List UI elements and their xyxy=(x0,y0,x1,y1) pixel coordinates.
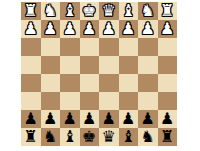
white-bishop[interactable]: ♝ xyxy=(63,2,77,20)
square-a3[interactable] xyxy=(158,38,178,56)
white-pawn[interactable]: ♟ xyxy=(121,20,135,38)
black-rook[interactable]: ♜ xyxy=(24,128,38,146)
square-g3[interactable] xyxy=(41,38,61,56)
white-pawn[interactable]: ♟ xyxy=(102,20,116,38)
white-pawn[interactable]: ♟ xyxy=(43,20,57,38)
square-c4[interactable] xyxy=(119,56,139,74)
white-queen[interactable]: ♛ xyxy=(102,2,116,20)
square-e1[interactable]: ♚ xyxy=(80,2,100,20)
square-e8[interactable]: ♚ xyxy=(80,128,100,146)
black-pawn[interactable]: ♟ xyxy=(43,110,57,128)
square-h6[interactable] xyxy=(21,92,41,110)
square-h8[interactable]: ♜ xyxy=(21,128,41,146)
square-a5[interactable] xyxy=(158,74,178,92)
square-d2[interactable]: ♟ xyxy=(99,20,119,38)
square-c5[interactable] xyxy=(119,74,139,92)
square-g2[interactable]: ♟ xyxy=(41,20,61,38)
square-h4[interactable] xyxy=(21,56,41,74)
white-rook[interactable]: ♜ xyxy=(160,2,174,20)
square-d7[interactable]: ♟ xyxy=(99,110,119,128)
black-king[interactable]: ♚ xyxy=(82,128,96,146)
black-knight[interactable]: ♞ xyxy=(141,128,155,146)
white-knight[interactable]: ♞ xyxy=(43,2,57,20)
white-king[interactable]: ♚ xyxy=(82,2,96,20)
square-f4[interactable] xyxy=(60,56,80,74)
white-pawn[interactable]: ♟ xyxy=(82,20,96,38)
black-pawn[interactable]: ♟ xyxy=(121,110,135,128)
square-e6[interactable] xyxy=(80,92,100,110)
square-d4[interactable] xyxy=(99,56,119,74)
square-a2[interactable]: ♟ xyxy=(158,20,178,38)
white-pawn[interactable]: ♟ xyxy=(24,20,38,38)
black-pawn[interactable]: ♟ xyxy=(102,110,116,128)
square-c1[interactable]: ♝ xyxy=(119,2,139,20)
square-f1[interactable]: ♝ xyxy=(60,2,80,20)
square-d8[interactable]: ♛ xyxy=(99,128,119,146)
square-e7[interactable]: ♟ xyxy=(80,110,100,128)
square-g4[interactable] xyxy=(41,56,61,74)
square-b4[interactable] xyxy=(138,56,158,74)
square-h2[interactable]: ♟ xyxy=(21,20,41,38)
white-pawn[interactable]: ♟ xyxy=(141,20,155,38)
square-b8[interactable]: ♞ xyxy=(138,128,158,146)
square-h5[interactable] xyxy=(21,74,41,92)
square-f8[interactable]: ♝ xyxy=(60,128,80,146)
square-d1[interactable]: ♛ xyxy=(99,2,119,20)
black-queen[interactable]: ♛ xyxy=(102,128,116,146)
square-b7[interactable]: ♟ xyxy=(138,110,158,128)
square-c3[interactable] xyxy=(119,38,139,56)
square-c7[interactable]: ♟ xyxy=(119,110,139,128)
square-g8[interactable]: ♞ xyxy=(41,128,61,146)
square-c6[interactable] xyxy=(119,92,139,110)
square-h7[interactable]: ♟ xyxy=(21,110,41,128)
square-h1[interactable]: ♜ xyxy=(21,2,41,20)
square-f7[interactable]: ♟ xyxy=(60,110,80,128)
black-pawn[interactable]: ♟ xyxy=(63,110,77,128)
square-a6[interactable] xyxy=(158,92,178,110)
square-d3[interactable] xyxy=(99,38,119,56)
square-f6[interactable] xyxy=(60,92,80,110)
square-g1[interactable]: ♞ xyxy=(41,2,61,20)
square-b5[interactable] xyxy=(138,74,158,92)
white-rook[interactable]: ♜ xyxy=(24,2,38,20)
square-c2[interactable]: ♟ xyxy=(119,20,139,38)
square-g7[interactable]: ♟ xyxy=(41,110,61,128)
square-h3[interactable] xyxy=(21,38,41,56)
chess-app-canvas: ♜♞♝♚♛♝♞♜♟♟♟♟♟♟♟♟♟♟♟♟♟♟♟♟♜♞♝♚♛♝♞♜ xyxy=(0,0,200,151)
white-knight[interactable]: ♞ xyxy=(141,2,155,20)
black-bishop[interactable]: ♝ xyxy=(121,128,135,146)
black-pawn[interactable]: ♟ xyxy=(141,110,155,128)
square-a8[interactable]: ♜ xyxy=(158,128,178,146)
square-f5[interactable] xyxy=(60,74,80,92)
square-b2[interactable]: ♟ xyxy=(138,20,158,38)
black-pawn[interactable]: ♟ xyxy=(82,110,96,128)
black-bishop[interactable]: ♝ xyxy=(63,128,77,146)
black-pawn[interactable]: ♟ xyxy=(24,110,38,128)
square-a4[interactable] xyxy=(158,56,178,74)
black-rook[interactable]: ♜ xyxy=(160,128,174,146)
square-e2[interactable]: ♟ xyxy=(80,20,100,38)
square-a7[interactable]: ♟ xyxy=(158,110,178,128)
square-c8[interactable]: ♝ xyxy=(119,128,139,146)
square-d5[interactable] xyxy=(99,74,119,92)
white-bishop[interactable]: ♝ xyxy=(121,2,135,20)
square-b3[interactable] xyxy=(138,38,158,56)
square-f2[interactable]: ♟ xyxy=(60,20,80,38)
square-a1[interactable]: ♜ xyxy=(158,2,178,20)
square-b6[interactable] xyxy=(138,92,158,110)
square-b1[interactable]: ♞ xyxy=(138,2,158,20)
white-pawn[interactable]: ♟ xyxy=(63,20,77,38)
chess-board: ♜♞♝♚♛♝♞♜♟♟♟♟♟♟♟♟♟♟♟♟♟♟♟♟♜♞♝♚♛♝♞♜ xyxy=(21,2,177,146)
square-g5[interactable] xyxy=(41,74,61,92)
square-f3[interactable] xyxy=(60,38,80,56)
black-knight[interactable]: ♞ xyxy=(43,128,57,146)
square-g6[interactable] xyxy=(41,92,61,110)
square-e5[interactable] xyxy=(80,74,100,92)
square-e3[interactable] xyxy=(80,38,100,56)
square-e4[interactable] xyxy=(80,56,100,74)
square-d6[interactable] xyxy=(99,92,119,110)
black-pawn[interactable]: ♟ xyxy=(160,110,174,128)
white-pawn[interactable]: ♟ xyxy=(160,20,174,38)
